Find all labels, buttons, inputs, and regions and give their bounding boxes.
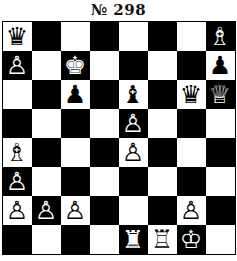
square-e7 (119, 51, 148, 80)
piece-white-rook-f1: ♖ (151, 225, 173, 254)
square-e6: ♝ (119, 80, 148, 109)
piece-black-queen-g6: ♛ (180, 80, 202, 109)
piece-white-bishop-a4: ♗ (6, 138, 28, 167)
square-c4 (61, 138, 90, 167)
piece-white-pawn-a7: ♙ (6, 51, 28, 80)
piece-white-queen-h6: ♕ (209, 80, 231, 109)
square-b2: ♙ (32, 196, 61, 225)
square-h1 (206, 225, 235, 254)
square-b4 (32, 138, 61, 167)
board-wrapper: ♛♗♙♚♟♟♝♛♕♙♗♙♙♙♙♙♙♜♖♔ (2, 21, 236, 255)
piece-black-rook-e1: ♜ (122, 225, 144, 254)
square-h3 (206, 167, 235, 196)
puzzle-number-title: № 298 (0, 0, 237, 21)
square-a5 (3, 109, 32, 138)
square-f5 (148, 109, 177, 138)
square-e5: ♙ (119, 109, 148, 138)
square-c5 (61, 109, 90, 138)
square-c7: ♚ (61, 51, 90, 80)
square-d8 (90, 22, 119, 51)
square-b1 (32, 225, 61, 254)
square-g5 (177, 109, 206, 138)
piece-white-pawn-c2: ♙ (64, 196, 86, 225)
square-g4 (177, 138, 206, 167)
square-d7 (90, 51, 119, 80)
square-g2: ♙ (177, 196, 206, 225)
square-f1: ♖ (148, 225, 177, 254)
square-c8 (61, 22, 90, 51)
square-c2: ♙ (61, 196, 90, 225)
square-h8: ♗ (206, 22, 235, 51)
piece-white-pawn-e4: ♙ (122, 138, 144, 167)
square-a3: ♙ (3, 167, 32, 196)
square-f8 (148, 22, 177, 51)
square-f2 (148, 196, 177, 225)
square-h4 (206, 138, 235, 167)
square-e2 (119, 196, 148, 225)
square-c3 (61, 167, 90, 196)
square-f4 (148, 138, 177, 167)
square-a1 (3, 225, 32, 254)
square-d1 (90, 225, 119, 254)
square-a8: ♛ (3, 22, 32, 51)
piece-white-pawn-e5: ♙ (122, 109, 144, 138)
piece-white-pawn-a2: ♙ (6, 196, 28, 225)
piece-white-pawn-b2: ♙ (35, 196, 57, 225)
square-g7 (177, 51, 206, 80)
piece-white-bishop-h8: ♗ (209, 22, 231, 51)
piece-white-pawn-a3: ♙ (6, 167, 28, 196)
piece-black-bishop-e6: ♝ (122, 80, 144, 109)
square-g1: ♔ (177, 225, 206, 254)
square-c1 (61, 225, 90, 254)
square-a7: ♙ (3, 51, 32, 80)
square-b3 (32, 167, 61, 196)
square-e4: ♙ (119, 138, 148, 167)
square-b7 (32, 51, 61, 80)
square-a2: ♙ (3, 196, 32, 225)
square-b6 (32, 80, 61, 109)
square-h6: ♕ (206, 80, 235, 109)
square-f7 (148, 51, 177, 80)
square-g6: ♛ (177, 80, 206, 109)
square-g8 (177, 22, 206, 51)
square-f3 (148, 167, 177, 196)
square-b5 (32, 109, 61, 138)
square-a4: ♗ (3, 138, 32, 167)
puzzle-page: № 298 ♛♗♙♚♟♟♝♛♕♙♗♙♙♙♙♙♙♜♖♔ (0, 0, 237, 261)
square-d5 (90, 109, 119, 138)
square-e8 (119, 22, 148, 51)
chess-board: ♛♗♙♚♟♟♝♛♕♙♗♙♙♙♙♙♙♜♖♔ (2, 21, 236, 255)
piece-black-king-c7: ♚ (64, 51, 86, 80)
square-d4 (90, 138, 119, 167)
square-h7: ♟ (206, 51, 235, 80)
square-d2 (90, 196, 119, 225)
piece-black-pawn-c6: ♟ (64, 80, 86, 109)
square-a6 (3, 80, 32, 109)
square-h5 (206, 109, 235, 138)
square-g3 (177, 167, 206, 196)
piece-black-queen-a8: ♛ (6, 22, 28, 51)
square-c6: ♟ (61, 80, 90, 109)
square-f6 (148, 80, 177, 109)
square-e3 (119, 167, 148, 196)
square-b8 (32, 22, 61, 51)
square-d3 (90, 167, 119, 196)
piece-white-pawn-g2: ♙ (180, 196, 202, 225)
piece-white-king-g1: ♔ (180, 225, 202, 254)
square-h2 (206, 196, 235, 225)
piece-black-pawn-h7: ♟ (209, 51, 231, 80)
square-d6 (90, 80, 119, 109)
square-e1: ♜ (119, 225, 148, 254)
